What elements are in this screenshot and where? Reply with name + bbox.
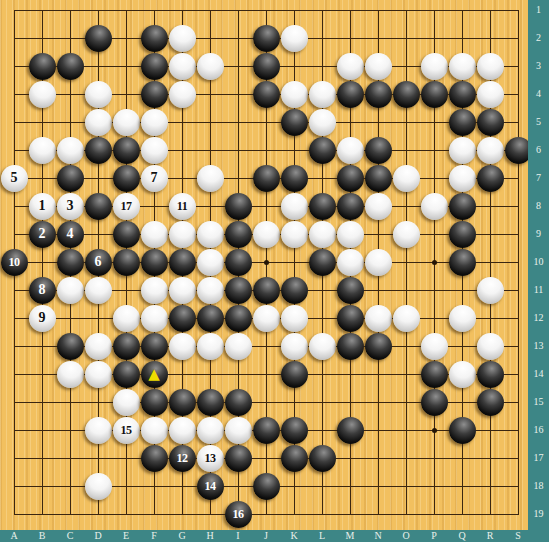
stone-black-I17[interactable] (225, 445, 252, 472)
stone-white-K9[interactable] (281, 221, 308, 248)
stone-black-F14[interactable]: ▲ (141, 361, 168, 388)
stone-black-M8[interactable] (337, 193, 364, 220)
stone-white-K13[interactable] (281, 333, 308, 360)
stone-black-R7[interactable] (477, 165, 504, 192)
stone-white-K2[interactable] (281, 25, 308, 52)
stone-white-G16[interactable] (169, 417, 196, 444)
stone-white-C8[interactable]: 3 (57, 193, 84, 220)
stone-white-G3[interactable] (169, 53, 196, 80)
stone-black-Q4[interactable] (449, 81, 476, 108)
stone-white-R13[interactable] (477, 333, 504, 360)
row-label-16: 16 (528, 424, 549, 436)
row-label-10: 10 (528, 256, 549, 268)
star-point-P10 (432, 260, 437, 265)
stone-white-D4[interactable] (85, 81, 112, 108)
stone-black-M7[interactable] (337, 165, 364, 192)
stone-white-O12[interactable] (393, 305, 420, 332)
move-number-16: 16 (233, 508, 244, 520)
stone-white-B4[interactable] (29, 81, 56, 108)
col-label-O: O (396, 530, 416, 542)
stone-black-G10[interactable] (169, 249, 196, 276)
stone-white-H7[interactable] (197, 165, 224, 192)
move-number-3: 3 (67, 199, 74, 213)
stone-white-D5[interactable] (85, 109, 112, 136)
stone-white-M3[interactable] (337, 53, 364, 80)
move-number-14: 14 (205, 480, 216, 492)
stone-white-C11[interactable] (57, 277, 84, 304)
stone-white-B8[interactable]: 1 (29, 193, 56, 220)
stone-white-P3[interactable] (421, 53, 448, 80)
stone-black-G12[interactable] (169, 305, 196, 332)
stone-black-N4[interactable] (365, 81, 392, 108)
stone-black-I12[interactable] (225, 305, 252, 332)
stone-black-Q5[interactable] (449, 109, 476, 136)
stone-white-F6[interactable] (141, 137, 168, 164)
stone-white-F16[interactable] (141, 417, 168, 444)
star-point-J10 (264, 260, 269, 265)
stone-black-Q16[interactable] (449, 417, 476, 444)
stone-black-G17[interactable]: 12 (169, 445, 196, 472)
stone-black-F17[interactable] (141, 445, 168, 472)
stone-white-C6[interactable] (57, 137, 84, 164)
row-label-8: 8 (528, 200, 549, 212)
stone-white-I13[interactable] (225, 333, 252, 360)
stone-white-H3[interactable] (197, 53, 224, 80)
stone-white-D18[interactable] (85, 473, 112, 500)
stone-black-R5[interactable] (477, 109, 504, 136)
move-number-12: 12 (177, 452, 188, 464)
stone-white-B12[interactable]: 9 (29, 305, 56, 332)
row-label-5: 5 (528, 116, 549, 128)
stone-white-G2[interactable] (169, 25, 196, 52)
stone-black-K5[interactable] (281, 109, 308, 136)
stone-black-F4[interactable] (141, 81, 168, 108)
row-label-14: 14 (528, 368, 549, 380)
stone-white-N10[interactable] (365, 249, 392, 276)
stone-white-G8[interactable]: 11 (169, 193, 196, 220)
move-number-8: 8 (39, 283, 46, 297)
col-label-G: G (172, 530, 192, 542)
stone-black-M11[interactable] (337, 277, 364, 304)
stone-black-E7[interactable] (113, 165, 140, 192)
stone-black-I8[interactable] (225, 193, 252, 220)
stone-black-M13[interactable] (337, 333, 364, 360)
col-label-Q: Q (452, 530, 472, 542)
stone-black-M16[interactable] (337, 417, 364, 444)
stone-white-M9[interactable] (337, 221, 364, 248)
row-label-2: 2 (528, 32, 549, 44)
stone-black-M4[interactable] (337, 81, 364, 108)
stone-white-K4[interactable] (281, 81, 308, 108)
triangle-marker-icon: ▲ (148, 367, 160, 382)
stone-black-L17[interactable] (309, 445, 336, 472)
col-label-J: J (256, 530, 276, 542)
stone-black-P4[interactable] (421, 81, 448, 108)
stone-white-R6[interactable] (477, 137, 504, 164)
stone-white-Q6[interactable] (449, 137, 476, 164)
col-label-K: K (284, 530, 304, 542)
col-label-M: M (340, 530, 360, 542)
stone-black-C13[interactable] (57, 333, 84, 360)
stone-white-P8[interactable] (421, 193, 448, 220)
stone-black-E10[interactable] (113, 249, 140, 276)
stone-white-B6[interactable] (29, 137, 56, 164)
stone-black-E6[interactable] (113, 137, 140, 164)
stone-white-M6[interactable] (337, 137, 364, 164)
stone-white-E8[interactable]: 17 (113, 193, 140, 220)
move-number-1: 1 (39, 199, 46, 213)
row-label-6: 6 (528, 144, 549, 156)
stone-white-F7[interactable]: 7 (141, 165, 168, 192)
stone-white-H17[interactable]: 13 (197, 445, 224, 472)
stone-black-D8[interactable] (85, 193, 112, 220)
stone-black-B11[interactable]: 8 (29, 277, 56, 304)
stone-black-J7[interactable] (253, 165, 280, 192)
stone-white-M10[interactable] (337, 249, 364, 276)
stone-black-H18[interactable]: 14 (197, 473, 224, 500)
stone-black-H12[interactable] (197, 305, 224, 332)
stone-black-F15[interactable] (141, 389, 168, 416)
col-label-F: F (144, 530, 164, 542)
stone-black-P15[interactable] (421, 389, 448, 416)
stone-black-D10[interactable]: 6 (85, 249, 112, 276)
stone-white-L9[interactable] (309, 221, 336, 248)
stone-white-H10[interactable] (197, 249, 224, 276)
stone-black-J2[interactable] (253, 25, 280, 52)
stone-black-I11[interactable] (225, 277, 252, 304)
stone-black-I10[interactable] (225, 249, 252, 276)
stone-black-L10[interactable] (309, 249, 336, 276)
stone-black-L6[interactable] (309, 137, 336, 164)
stone-black-N13[interactable] (365, 333, 392, 360)
stone-black-B9[interactable]: 2 (29, 221, 56, 248)
row-label-11: 11 (528, 284, 549, 296)
stone-black-H15[interactable] (197, 389, 224, 416)
column-labels: ABCDEFGHIJKLMNOPQRS (0, 530, 549, 542)
stone-white-N3[interactable] (365, 53, 392, 80)
stone-white-L5[interactable] (309, 109, 336, 136)
stone-white-F12[interactable] (141, 305, 168, 332)
stone-white-R4[interactable] (477, 81, 504, 108)
row-label-12: 12 (528, 312, 549, 324)
move-number-6: 6 (95, 255, 102, 269)
stone-white-N12[interactable] (365, 305, 392, 332)
stone-black-I15[interactable] (225, 389, 252, 416)
stone-white-O9[interactable] (393, 221, 420, 248)
stone-white-A7[interactable]: 5 (1, 165, 28, 192)
stone-black-R15[interactable] (477, 389, 504, 416)
row-label-19: 19 (528, 508, 549, 520)
stone-white-G13[interactable] (169, 333, 196, 360)
stone-black-N7[interactable] (365, 165, 392, 192)
stone-black-I9[interactable] (225, 221, 252, 248)
stone-black-F10[interactable] (141, 249, 168, 276)
stone-black-C10[interactable] (57, 249, 84, 276)
stone-black-Q8[interactable] (449, 193, 476, 220)
col-label-P: P (424, 530, 444, 542)
col-label-S: S (508, 530, 528, 542)
row-label-9: 9 (528, 228, 549, 240)
stone-white-H9[interactable] (197, 221, 224, 248)
stone-black-D2[interactable] (85, 25, 112, 52)
stone-black-M12[interactable] (337, 305, 364, 332)
stone-white-C14[interactable] (57, 361, 84, 388)
move-number-17: 17 (121, 200, 132, 212)
stone-white-D14[interactable] (85, 361, 112, 388)
move-number-9: 9 (39, 311, 46, 325)
row-label-1: 1 (528, 4, 549, 16)
stone-white-K8[interactable] (281, 193, 308, 220)
stone-white-G11[interactable] (169, 277, 196, 304)
stone-white-D11[interactable] (85, 277, 112, 304)
stone-white-N8[interactable] (365, 193, 392, 220)
stone-white-R11[interactable] (477, 277, 504, 304)
stone-black-A10[interactable]: 10 (1, 249, 28, 276)
col-label-D: D (88, 530, 108, 542)
col-label-A: A (4, 530, 24, 542)
stone-black-J11[interactable] (253, 277, 280, 304)
col-label-B: B (32, 530, 52, 542)
stone-black-E14[interactable] (113, 361, 140, 388)
stone-black-O4[interactable] (393, 81, 420, 108)
col-label-H: H (200, 530, 220, 542)
stone-black-K11[interactable] (281, 277, 308, 304)
row-label-18: 18 (528, 480, 549, 492)
col-label-I: I (228, 530, 248, 542)
stone-white-Q7[interactable] (449, 165, 476, 192)
col-label-L: L (312, 530, 332, 542)
stone-black-D6[interactable] (85, 137, 112, 164)
star-point-P16 (432, 428, 437, 433)
stone-white-H11[interactable] (197, 277, 224, 304)
stone-black-C3[interactable] (57, 53, 84, 80)
col-label-R: R (480, 530, 500, 542)
stone-black-C9[interactable]: 4 (57, 221, 84, 248)
stone-white-Q3[interactable] (449, 53, 476, 80)
stone-white-J12[interactable] (253, 305, 280, 332)
stone-black-F13[interactable] (141, 333, 168, 360)
move-number-7: 7 (151, 171, 158, 185)
stone-black-K14[interactable] (281, 361, 308, 388)
stone-black-P14[interactable] (421, 361, 448, 388)
stone-white-L4[interactable] (309, 81, 336, 108)
stone-white-R3[interactable] (477, 53, 504, 80)
move-number-15: 15 (121, 424, 132, 436)
stone-white-G9[interactable] (169, 221, 196, 248)
stone-white-D16[interactable] (85, 417, 112, 444)
stone-white-E5[interactable] (113, 109, 140, 136)
stone-black-C7[interactable] (57, 165, 84, 192)
row-labels: 12345678910111213141516171819 (528, 0, 549, 542)
stone-black-K7[interactable] (281, 165, 308, 192)
stone-black-E9[interactable] (113, 221, 140, 248)
stone-black-E13[interactable] (113, 333, 140, 360)
stone-white-O7[interactable] (393, 165, 420, 192)
stone-black-N6[interactable] (365, 137, 392, 164)
move-number-5: 5 (11, 171, 18, 185)
col-label-E: E (116, 530, 136, 542)
stone-white-E16[interactable]: 15 (113, 417, 140, 444)
stone-white-G4[interactable] (169, 81, 196, 108)
col-label-C: C (60, 530, 80, 542)
row-label-4: 4 (528, 88, 549, 100)
stone-white-P13[interactable] (421, 333, 448, 360)
row-label-3: 3 (528, 60, 549, 72)
stone-black-R14[interactable] (477, 361, 504, 388)
stone-black-I19[interactable]: 16 (225, 501, 252, 528)
stone-black-J4[interactable] (253, 81, 280, 108)
row-label-13: 13 (528, 340, 549, 352)
stone-white-D13[interactable] (85, 333, 112, 360)
stone-white-K12[interactable] (281, 305, 308, 332)
move-number-11: 11 (177, 200, 187, 212)
row-label-15: 15 (528, 396, 549, 408)
row-label-17: 17 (528, 452, 549, 464)
stone-black-Q10[interactable] (449, 249, 476, 276)
move-number-13: 13 (205, 452, 216, 464)
stone-white-F9[interactable] (141, 221, 168, 248)
stone-black-K16[interactable] (281, 417, 308, 444)
stone-white-F11[interactable] (141, 277, 168, 304)
move-number-2: 2 (39, 227, 46, 241)
move-number-4: 4 (67, 227, 74, 241)
stone-black-G15[interactable] (169, 389, 196, 416)
stone-black-K17[interactable] (281, 445, 308, 472)
stone-white-I16[interactable] (225, 417, 252, 444)
stone-white-Q12[interactable] (449, 305, 476, 332)
stone-white-E15[interactable] (113, 389, 140, 416)
stone-black-F2[interactable] (141, 25, 168, 52)
stone-black-J18[interactable] (253, 473, 280, 500)
stone-black-F3[interactable] (141, 53, 168, 80)
stone-white-Q14[interactable] (449, 361, 476, 388)
stone-white-H16[interactable] (197, 417, 224, 444)
stone-white-E12[interactable] (113, 305, 140, 332)
stone-white-J9[interactable] (253, 221, 280, 248)
stone-white-L13[interactable] (309, 333, 336, 360)
stone-black-B3[interactable] (29, 53, 56, 80)
stone-black-Q9[interactable] (449, 221, 476, 248)
stone-black-J3[interactable] (253, 53, 280, 80)
go-board[interactable]: 571317112410689▲1512131416 ABCDEFGHIJKLM… (0, 0, 549, 542)
move-number-10: 10 (9, 256, 20, 268)
stone-black-L8[interactable] (309, 193, 336, 220)
stone-white-F5[interactable] (141, 109, 168, 136)
stone-white-H13[interactable] (197, 333, 224, 360)
row-label-7: 7 (528, 172, 549, 184)
col-label-N: N (368, 530, 388, 542)
stone-black-J16[interactable] (253, 417, 280, 444)
